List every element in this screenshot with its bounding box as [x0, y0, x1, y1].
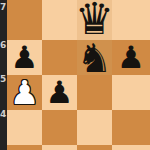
square-a6[interactable]: ♟	[7, 40, 42, 75]
black-pawn[interactable]: ♟	[11, 42, 39, 73]
square-b5[interactable]: ♟	[42, 75, 77, 110]
chess-board-screenshot: 7654 ♛♟♞♟♟♟	[0, 0, 150, 150]
rank-label-7: 7	[0, 3, 7, 12]
black-queen[interactable]: ♛	[77, 0, 112, 40]
chess-board[interactable]: ♛♟♞♟♟♟	[7, 0, 150, 150]
square-b4[interactable]	[42, 110, 77, 145]
square-d7[interactable]	[112, 0, 150, 40]
square-d6[interactable]: ♟	[112, 40, 150, 75]
square-d5[interactable]	[112, 75, 150, 110]
rank-coordinate-strip: 7654	[0, 0, 7, 150]
white-pawn[interactable]: ♟	[10, 76, 40, 109]
square-d4[interactable]	[112, 110, 150, 145]
square-a7[interactable]	[7, 0, 42, 40]
square-a4[interactable]	[7, 110, 42, 145]
rank-label-6: 6	[0, 41, 7, 50]
square-b3[interactable]	[42, 145, 77, 150]
square-b7[interactable]	[42, 0, 77, 40]
rank-label-4: 4	[0, 110, 7, 119]
square-c7[interactable]: ♛	[77, 0, 112, 40]
square-a3[interactable]	[7, 145, 42, 150]
black-pawn[interactable]: ♟	[46, 77, 74, 108]
square-c4[interactable]	[77, 110, 112, 145]
square-c5[interactable]	[77, 75, 112, 110]
black-pawn[interactable]: ♟	[117, 42, 145, 73]
square-c3[interactable]	[77, 145, 112, 150]
black-knight[interactable]: ♞	[77, 40, 112, 75]
square-a5[interactable]: ♟	[7, 75, 42, 110]
rank-label-5: 5	[0, 75, 7, 84]
square-d3[interactable]	[112, 145, 150, 150]
square-c6[interactable]: ♞	[77, 40, 112, 75]
square-b6[interactable]	[42, 40, 77, 75]
